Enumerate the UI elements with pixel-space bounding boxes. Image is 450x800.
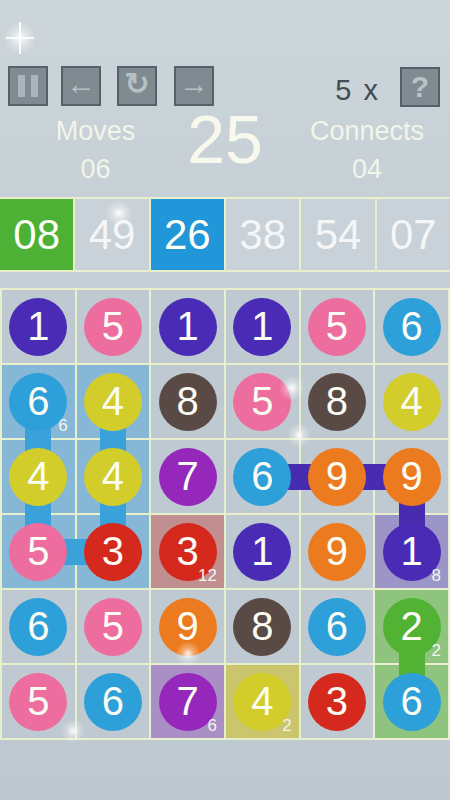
grid-cell-r5c5[interactable]: 6: [301, 590, 374, 663]
grid-cell-r3c1[interactable]: 4: [2, 440, 75, 513]
number-circle[interactable]: 1: [9, 298, 67, 356]
grid-cell-r4c1[interactable]: 5: [2, 515, 75, 588]
grid-cell-r3c2[interactable]: 4: [77, 440, 150, 513]
number-circle[interactable]: 3: [84, 523, 142, 581]
grid-cell-r5c1[interactable]: 6: [2, 590, 75, 663]
number-circle[interactable]: 9: [159, 598, 217, 656]
number-circle[interactable]: 8: [159, 373, 217, 431]
question-mark-icon: ?: [411, 72, 429, 102]
grid-cell-r2c1[interactable]: 66: [2, 365, 75, 438]
grid-cell-r3c6[interactable]: 9: [375, 440, 448, 513]
cell-sum-subscript: 6: [208, 716, 217, 736]
number-circle[interactable]: 9: [308, 448, 366, 506]
number-circle[interactable]: 1: [233, 298, 291, 356]
grid-cell-r1c6[interactable]: 6: [375, 290, 448, 363]
grid-cell-r2c5[interactable]: 8: [301, 365, 374, 438]
hint-multiplier-label: 5 x: [335, 74, 380, 107]
number-circle[interactable]: 6: [9, 598, 67, 656]
grid-cell-r1c4[interactable]: 1: [226, 290, 299, 363]
cell-sum-subscript: 2: [282, 716, 291, 736]
number-circle[interactable]: 4: [84, 373, 142, 431]
grid-cell-r4c6[interactable]: 18: [375, 515, 448, 588]
target-number-49: 49: [75, 199, 148, 270]
grid-cell-r5c3[interactable]: 9: [151, 590, 224, 663]
connects-counter: Connects 04: [293, 116, 441, 185]
grid-cell-r1c5[interactable]: 5: [301, 290, 374, 363]
sparkle-decoration: [2, 20, 38, 56]
grid-cell-r2c3[interactable]: 8: [151, 365, 224, 438]
target-number-08: 08: [0, 199, 73, 270]
connects-label: Connects: [293, 116, 441, 147]
grid-cell-r6c4[interactable]: 42: [226, 665, 299, 738]
target-number-26: 26: [151, 199, 224, 270]
number-circle[interactable]: 9: [308, 523, 366, 581]
connects-value: 04: [293, 154, 441, 185]
grid-cell-r2c6[interactable]: 4: [375, 365, 448, 438]
grid-cell-r4c4[interactable]: 1: [226, 515, 299, 588]
number-circle[interactable]: 6: [84, 673, 142, 731]
number-circle[interactable]: 7: [159, 448, 217, 506]
number-circle[interactable]: 4: [383, 373, 441, 431]
grid-cell-r4c5[interactable]: 9: [301, 515, 374, 588]
target-number-54: 54: [301, 199, 374, 270]
undo-button[interactable]: ←: [61, 66, 101, 106]
grid-cell-r1c1[interactable]: 1: [2, 290, 75, 363]
grid-cell-r6c3[interactable]: 76: [151, 665, 224, 738]
grid-cell-r6c5[interactable]: 3: [301, 665, 374, 738]
left-arrow-icon: ←: [66, 69, 96, 99]
grid-cell-r6c1[interactable]: 5: [2, 665, 75, 738]
right-arrow-icon: →: [179, 69, 209, 99]
grid-cell-r6c6[interactable]: 6: [375, 665, 448, 738]
grid-cell-r3c3[interactable]: 7: [151, 440, 224, 513]
number-circle[interactable]: 1: [159, 298, 217, 356]
number-circle[interactable]: 4: [84, 448, 142, 506]
number-circle[interactable]: 6: [308, 598, 366, 656]
grid-cell-r2c2[interactable]: 4: [77, 365, 150, 438]
number-circle[interactable]: 5: [233, 373, 291, 431]
number-circle[interactable]: 5: [84, 298, 142, 356]
grid-cell-r5c2[interactable]: 5: [77, 590, 150, 663]
pause-icon: [18, 75, 38, 97]
number-circle[interactable]: 1: [233, 523, 291, 581]
number-circle[interactable]: 5: [308, 298, 366, 356]
number-circle[interactable]: 8: [233, 598, 291, 656]
number-circle[interactable]: 3: [308, 673, 366, 731]
grid-cell-r4c2[interactable]: 3: [77, 515, 150, 588]
grid-cell-r1c3[interactable]: 1: [151, 290, 224, 363]
help-button[interactable]: ?: [400, 67, 440, 107]
restart-button[interactable]: ↻: [117, 66, 157, 106]
grid-cell-r5c4[interactable]: 8: [226, 590, 299, 663]
pause-button[interactable]: [8, 66, 48, 106]
number-circle[interactable]: 6: [383, 298, 441, 356]
number-circle[interactable]: 9: [383, 448, 441, 506]
current-sum-value: 25: [160, 100, 290, 178]
grid-cell-r1c2[interactable]: 5: [77, 290, 150, 363]
cell-sum-subscript: 6: [58, 416, 67, 436]
grid-cell-r6c2[interactable]: 6: [77, 665, 150, 738]
grid-cell-r2c4[interactable]: 5: [226, 365, 299, 438]
cell-sum-subscript: 8: [432, 566, 441, 586]
number-circle[interactable]: 4: [9, 448, 67, 506]
number-circle[interactable]: 6: [233, 448, 291, 506]
number-circle[interactable]: 5: [9, 673, 67, 731]
number-circle[interactable]: 6: [383, 673, 441, 731]
puzzle-board: 1511566648584447699533121918659862256764…: [0, 288, 450, 740]
refresh-icon: ↻: [124, 69, 149, 99]
number-circle[interactable]: 5: [84, 598, 142, 656]
moves-label: Moves: [28, 116, 163, 147]
target-number-row: 084926385407: [0, 197, 450, 272]
grid-cell-r4c3[interactable]: 312: [151, 515, 224, 588]
cell-sum-subscript: 2: [432, 641, 441, 661]
number-circle[interactable]: 8: [308, 373, 366, 431]
number-circle[interactable]: 5: [9, 523, 67, 581]
grid-cell-r3c4[interactable]: 6: [226, 440, 299, 513]
target-number-38: 38: [226, 199, 299, 270]
grid-cell-r5c6[interactable]: 22: [375, 590, 448, 663]
target-number-07: 07: [377, 199, 450, 270]
moves-value: 06: [28, 154, 163, 185]
cell-sum-subscript: 12: [198, 566, 217, 586]
moves-counter: Moves 06: [28, 116, 163, 185]
grid-cell-r3c5[interactable]: 9: [301, 440, 374, 513]
